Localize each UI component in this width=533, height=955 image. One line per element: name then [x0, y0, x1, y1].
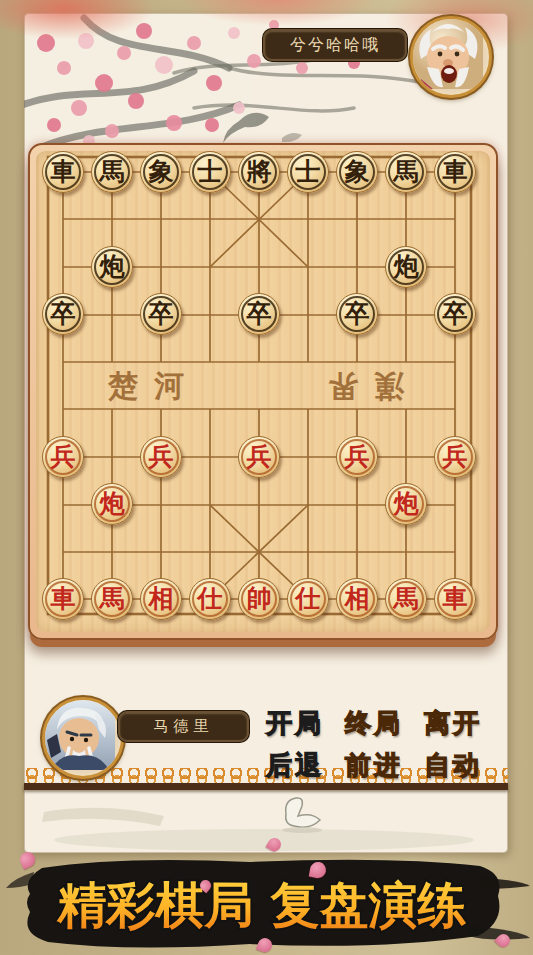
piece-glyph: 兵: [337, 437, 377, 477]
player-avatar[interactable]: [42, 697, 124, 779]
controls-row-2: 后退 前进 自动: [266, 748, 482, 783]
piece-red-仕[interactable]: 仕: [287, 578, 329, 620]
piece-red-兵[interactable]: 兵: [434, 436, 476, 478]
piece-glyph: 卒: [141, 294, 181, 334]
piece-black-士[interactable]: 士: [189, 151, 231, 193]
piece-glyph: 卒: [337, 294, 377, 334]
piece-black-卒[interactable]: 卒: [336, 293, 378, 335]
auto-play-button[interactable]: 自动: [424, 748, 482, 783]
piece-black-卒[interactable]: 卒: [140, 293, 182, 335]
piece-black-馬[interactable]: 馬: [385, 151, 427, 193]
piece-glyph: 兵: [435, 437, 475, 477]
piece-glyph: 仕: [190, 579, 230, 619]
piece-black-將[interactable]: 將: [238, 151, 280, 193]
piece-black-象[interactable]: 象: [336, 151, 378, 193]
piece-glyph: 相: [337, 579, 377, 619]
piece-red-炮[interactable]: 炮: [91, 483, 133, 525]
piece-red-車[interactable]: 車: [434, 578, 476, 620]
player-name: 马德里: [154, 717, 214, 735]
piece-black-炮[interactable]: 炮: [385, 246, 427, 288]
leave-button[interactable]: 离开: [424, 706, 482, 741]
opponent-name-plate: 兮兮哈哈哦: [263, 29, 407, 61]
xiangqi-board: 楚河 漢界 車馬象士將士象馬車炮炮卒卒卒卒卒兵兵兵兵兵炮炮車馬相仕帥仕相馬車: [28, 143, 498, 640]
step-back-button[interactable]: 后退: [266, 748, 324, 783]
piece-glyph: 兵: [239, 437, 279, 477]
piece-glyph: 炮: [386, 484, 426, 524]
piece-glyph: 卒: [435, 294, 475, 334]
controls-row-1: 开局 终局 离开: [266, 706, 482, 741]
piece-glyph: 車: [435, 579, 475, 619]
piece-red-帥[interactable]: 帥: [238, 578, 280, 620]
piece-glyph: 馬: [386, 152, 426, 192]
piece-glyph: 仕: [288, 579, 328, 619]
piece-glyph: 帥: [239, 579, 279, 619]
final-position-button[interactable]: 终局: [345, 706, 403, 741]
piece-black-卒[interactable]: 卒: [42, 293, 84, 335]
piece-black-卒[interactable]: 卒: [434, 293, 476, 335]
piece-red-仕[interactable]: 仕: [189, 578, 231, 620]
river-label-right: 漢界: [298, 363, 418, 409]
divider-rule: [24, 783, 508, 790]
piece-red-車[interactable]: 車: [42, 578, 84, 620]
ink-bird: [223, 113, 302, 143]
piece-glyph: 車: [43, 152, 83, 192]
piece-glyph: 兵: [141, 437, 181, 477]
piece-glyph: 兵: [43, 437, 83, 477]
piece-glyph: 炮: [386, 247, 426, 287]
piece-glyph: 卒: [43, 294, 83, 334]
piece-black-車[interactable]: 車: [42, 151, 84, 193]
piece-glyph: 士: [288, 152, 328, 192]
piece-black-卒[interactable]: 卒: [238, 293, 280, 335]
piece-glyph: 將: [239, 152, 279, 192]
piece-red-兵[interactable]: 兵: [42, 436, 84, 478]
board-face[interactable]: 楚河 漢界 車馬象士將士象馬車炮炮卒卒卒卒卒兵兵兵兵兵炮炮車馬相仕帥仕相馬車: [36, 151, 490, 632]
piece-glyph: 炮: [92, 484, 132, 524]
piece-red-相[interactable]: 相: [140, 578, 182, 620]
piece-red-相[interactable]: 相: [336, 578, 378, 620]
piece-glyph: 車: [435, 152, 475, 192]
piece-black-士[interactable]: 士: [287, 151, 329, 193]
step-forward-button[interactable]: 前进: [345, 748, 403, 783]
piece-black-馬[interactable]: 馬: [91, 151, 133, 193]
piece-red-兵[interactable]: 兵: [238, 436, 280, 478]
opponent-name: 兮兮哈哈哦: [290, 35, 380, 54]
piece-glyph: 士: [190, 152, 230, 192]
piece-glyph: 馬: [92, 579, 132, 619]
piece-black-車[interactable]: 車: [434, 151, 476, 193]
piece-glyph: 車: [43, 579, 83, 619]
piece-red-兵[interactable]: 兵: [140, 436, 182, 478]
piece-glyph: 炮: [92, 247, 132, 287]
piece-black-象[interactable]: 象: [140, 151, 182, 193]
start-position-button[interactable]: 开局: [266, 706, 324, 741]
piece-glyph: 馬: [386, 579, 426, 619]
piece-red-兵[interactable]: 兵: [336, 436, 378, 478]
piece-black-炮[interactable]: 炮: [91, 246, 133, 288]
piece-glyph: 卒: [239, 294, 279, 334]
river-label-left: 楚河: [94, 363, 214, 409]
swan: [282, 798, 322, 833]
piece-red-炮[interactable]: 炮: [385, 483, 427, 525]
piece-red-馬[interactable]: 馬: [91, 578, 133, 620]
player-name-plate: 马德里: [118, 711, 249, 742]
xiangqi-app: 兮兮哈哈哦: [0, 0, 533, 955]
piece-glyph: 象: [337, 152, 377, 192]
piece-glyph: 馬: [92, 152, 132, 192]
opponent-avatar[interactable]: [410, 16, 492, 98]
piece-red-馬[interactable]: 馬: [385, 578, 427, 620]
piece-glyph: 相: [141, 579, 181, 619]
piece-glyph: 象: [141, 152, 181, 192]
banner-title: 精彩棋局 复盘演练: [56, 876, 466, 934]
